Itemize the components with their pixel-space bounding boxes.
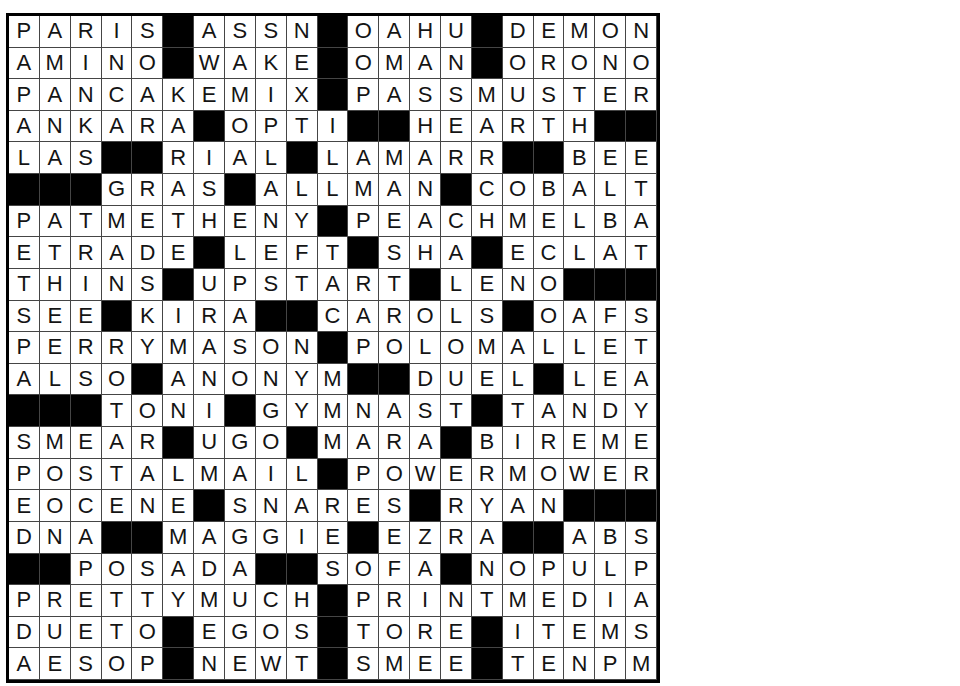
cell-r20c15[interactable]: E (441, 617, 472, 649)
cell-r4c18[interactable]: T (534, 111, 565, 143)
cell-r2c19[interactable]: O (564, 48, 595, 80)
cell-r17c21[interactable]: S (626, 522, 657, 554)
cell-r14c1[interactable]: S (9, 427, 40, 459)
cell-r5c7[interactable]: I (194, 142, 225, 174)
cell-r8c15[interactable]: A (441, 237, 472, 269)
cell-r20c9[interactable]: O (256, 617, 287, 649)
cell-r18c8[interactable]: A (225, 554, 256, 586)
cell-r4c1[interactable]: A (9, 111, 40, 143)
cell-r13c7[interactable]: I (194, 395, 225, 427)
cell-r2c15[interactable]: N (441, 48, 472, 80)
cell-r6c14[interactable]: N (410, 174, 441, 206)
cell-r18c3[interactable]: P (71, 554, 102, 586)
cell-r7c5[interactable]: E (132, 206, 163, 238)
cell-r5c14[interactable]: A (410, 142, 441, 174)
cell-r6c12[interactable]: M (348, 174, 379, 206)
cell-r7c4[interactable]: M (102, 206, 133, 238)
cell-r3c16[interactable]: M (472, 79, 503, 111)
cell-r8c5[interactable]: D (132, 237, 163, 269)
cell-r1c2[interactable]: A (40, 16, 71, 48)
cell-r4c15[interactable]: E (441, 111, 472, 143)
cell-r7c20[interactable]: B (595, 206, 626, 238)
cell-r18c4[interactable]: O (102, 554, 133, 586)
cell-r19c13[interactable]: R (379, 585, 410, 617)
cell-r2c7[interactable]: W (194, 48, 225, 80)
cell-r7c19[interactable]: L (564, 206, 595, 238)
cell-r5c20[interactable]: E (595, 142, 626, 174)
cell-r13c18[interactable]: A (534, 395, 565, 427)
cell-r11c1[interactable]: P (9, 332, 40, 364)
cell-r3c6[interactable]: K (163, 79, 194, 111)
cell-r9c15[interactable]: L (441, 269, 472, 301)
cell-r11c18[interactable]: L (534, 332, 565, 364)
cell-r14c5[interactable]: R (132, 427, 163, 459)
cell-r2c12[interactable]: O (348, 48, 379, 80)
cell-r18c6[interactable]: A (163, 554, 194, 586)
cell-r6c16[interactable]: C (472, 174, 503, 206)
cell-r19c7[interactable]: M (194, 585, 225, 617)
cell-r8c13[interactable]: S (379, 237, 410, 269)
cell-r1c1[interactable]: P (9, 16, 40, 48)
cell-r19c9[interactable]: C (256, 585, 287, 617)
cell-r20c12[interactable]: T (348, 617, 379, 649)
cell-r20c18[interactable]: T (534, 617, 565, 649)
cell-r18c12[interactable]: O (348, 554, 379, 586)
cell-r12c10[interactable]: Y (287, 364, 318, 396)
cell-r3c3[interactable]: N (71, 79, 102, 111)
cell-r15c15[interactable]: E (441, 459, 472, 491)
cell-r14c13[interactable]: R (379, 427, 410, 459)
cell-r13c4[interactable]: T (102, 395, 133, 427)
cell-r19c21[interactable]: A (626, 585, 657, 617)
cell-r1c5[interactable]: S (132, 16, 163, 48)
cell-r8c9[interactable]: E (256, 237, 287, 269)
cell-r12c6[interactable]: A (163, 364, 194, 396)
cell-r18c19[interactable]: U (564, 554, 595, 586)
cell-r21c17[interactable]: T (503, 648, 534, 680)
cell-r17c2[interactable]: N (40, 522, 71, 554)
cell-r21c7[interactable]: N (194, 648, 225, 680)
cell-r10c6[interactable]: I (163, 301, 194, 333)
cell-r19c6[interactable]: Y (163, 585, 194, 617)
cell-r21c4[interactable]: O (102, 648, 133, 680)
cell-r20c17[interactable]: I (503, 617, 534, 649)
cell-r17c9[interactable]: G (256, 522, 287, 554)
cell-r14c3[interactable]: E (71, 427, 102, 459)
cell-r16c3[interactable]: C (71, 490, 102, 522)
cell-r7c13[interactable]: E (379, 206, 410, 238)
cell-r1c19[interactable]: M (564, 16, 595, 48)
cell-r7c14[interactable]: A (410, 206, 441, 238)
cell-r17c10[interactable]: I (287, 522, 318, 554)
cell-r13c6[interactable]: N (163, 395, 194, 427)
cell-r11c16[interactable]: M (472, 332, 503, 364)
cell-r15c8[interactable]: A (225, 459, 256, 491)
cell-r6c7[interactable]: S (194, 174, 225, 206)
cell-r20c1[interactable]: D (9, 617, 40, 649)
cell-r10c18[interactable]: O (534, 301, 565, 333)
cell-r4c9[interactable]: P (256, 111, 287, 143)
cell-r20c13[interactable]: O (379, 617, 410, 649)
cell-r12c7[interactable]: N (194, 364, 225, 396)
cell-r15c1[interactable]: P (9, 459, 40, 491)
cell-r8c6[interactable]: E (163, 237, 194, 269)
cell-r8c20[interactable]: A (595, 237, 626, 269)
cell-r11c17[interactable]: A (503, 332, 534, 364)
cell-r19c3[interactable]: E (71, 585, 102, 617)
cell-r8c21[interactable]: T (626, 237, 657, 269)
cell-r3c18[interactable]: S (534, 79, 565, 111)
cell-r14c8[interactable]: G (225, 427, 256, 459)
cell-r2c20[interactable]: N (595, 48, 626, 80)
cell-r1c20[interactable]: O (595, 16, 626, 48)
cell-r7c16[interactable]: H (472, 206, 503, 238)
cell-r3c4[interactable]: C (102, 79, 133, 111)
cell-r13c14[interactable]: S (410, 395, 441, 427)
cell-r5c9[interactable]: L (256, 142, 287, 174)
cell-r1c13[interactable]: A (379, 16, 410, 48)
cell-r12c14[interactable]: D (410, 364, 441, 396)
cell-r3c19[interactable]: T (564, 79, 595, 111)
cell-r17c20[interactable]: B (595, 522, 626, 554)
cell-r20c21[interactable]: S (626, 617, 657, 649)
cell-r7c8[interactable]: E (225, 206, 256, 238)
cell-r19c5[interactable]: T (132, 585, 163, 617)
cell-r15c14[interactable]: W (410, 459, 441, 491)
cell-r9c18[interactable]: O (534, 269, 565, 301)
cell-r19c16[interactable]: T (472, 585, 503, 617)
cell-r19c19[interactable]: D (564, 585, 595, 617)
cell-r5c1[interactable]: L (9, 142, 40, 174)
cell-r13c10[interactable]: Y (287, 395, 318, 427)
cell-r7c6[interactable]: T (163, 206, 194, 238)
cell-r10c19[interactable]: A (564, 301, 595, 333)
cell-r3c2[interactable]: A (40, 79, 71, 111)
cell-r14c2[interactable]: M (40, 427, 71, 459)
cell-r6c11[interactable]: L (318, 174, 349, 206)
cell-r12c3[interactable]: S (71, 364, 102, 396)
cell-r8c3[interactable]: R (71, 237, 102, 269)
cell-r15c3[interactable]: S (71, 459, 102, 491)
cell-r5c13[interactable]: M (379, 142, 410, 174)
cell-r8c11[interactable]: T (318, 237, 349, 269)
cell-r9c10[interactable]: T (287, 269, 318, 301)
cell-r21c20[interactable]: P (595, 648, 626, 680)
cell-r2c4[interactable]: N (102, 48, 133, 80)
cell-r5c21[interactable]: E (626, 142, 657, 174)
cell-r15c17[interactable]: M (503, 459, 534, 491)
cell-r19c14[interactable]: I (410, 585, 441, 617)
cell-r9c1[interactable]: T (9, 269, 40, 301)
cell-r21c14[interactable]: E (410, 648, 441, 680)
cell-r17c11[interactable]: E (318, 522, 349, 554)
cell-r11c20[interactable]: E (595, 332, 626, 364)
cell-r3c10[interactable]: X (287, 79, 318, 111)
cell-r13c21[interactable]: Y (626, 395, 657, 427)
cell-r10c12[interactable]: A (348, 301, 379, 333)
cell-r7c12[interactable]: P (348, 206, 379, 238)
cell-r2c21[interactable]: O (626, 48, 657, 80)
cell-r5c11[interactable]: L (318, 142, 349, 174)
cell-r10c7[interactable]: R (194, 301, 225, 333)
cell-r3c9[interactable]: I (256, 79, 287, 111)
cell-r11c8[interactable]: S (225, 332, 256, 364)
cell-r14c19[interactable]: E (564, 427, 595, 459)
cell-r14c12[interactable]: A (348, 427, 379, 459)
cell-r16c6[interactable]: E (163, 490, 194, 522)
cell-r20c7[interactable]: E (194, 617, 225, 649)
cell-r18c16[interactable]: N (472, 554, 503, 586)
cell-r17c1[interactable]: D (9, 522, 40, 554)
cell-r10c16[interactable]: S (472, 301, 503, 333)
cell-r15c16[interactable]: R (472, 459, 503, 491)
cell-r18c20[interactable]: L (595, 554, 626, 586)
cell-r4c19[interactable]: H (564, 111, 595, 143)
cell-r20c19[interactable]: E (564, 617, 595, 649)
cell-r14c7[interactable]: U (194, 427, 225, 459)
cell-r15c6[interactable]: L (163, 459, 194, 491)
cell-r2c17[interactable]: O (503, 48, 534, 80)
cell-r13c15[interactable]: T (441, 395, 472, 427)
cell-r12c17[interactable]: L (503, 364, 534, 396)
cell-r13c9[interactable]: G (256, 395, 287, 427)
cell-r16c8[interactable]: S (225, 490, 256, 522)
cell-r6c20[interactable]: L (595, 174, 626, 206)
cell-r21c12[interactable]: S (348, 648, 379, 680)
cell-r19c12[interactable]: P (348, 585, 379, 617)
cell-r17c14[interactable]: Z (410, 522, 441, 554)
cell-r21c21[interactable]: M (626, 648, 657, 680)
cell-r21c18[interactable]: E (534, 648, 565, 680)
cell-r11c9[interactable]: O (256, 332, 287, 364)
cell-r19c8[interactable]: U (225, 585, 256, 617)
cell-r6c10[interactable]: L (287, 174, 318, 206)
cell-r15c21[interactable]: R (626, 459, 657, 491)
cell-r18c11[interactable]: S (318, 554, 349, 586)
cell-r9c2[interactable]: H (40, 269, 71, 301)
cell-r10c13[interactable]: R (379, 301, 410, 333)
cell-r4c6[interactable]: A (163, 111, 194, 143)
cell-r17c13[interactable]: E (379, 522, 410, 554)
cell-r13c20[interactable]: D (595, 395, 626, 427)
cell-r7c9[interactable]: N (256, 206, 287, 238)
cell-r3c20[interactable]: E (595, 79, 626, 111)
cell-r12c16[interactable]: E (472, 364, 503, 396)
cell-r12c15[interactable]: U (441, 364, 472, 396)
cell-r16c10[interactable]: A (287, 490, 318, 522)
cell-r1c14[interactable]: H (410, 16, 441, 48)
cell-r14c9[interactable]: O (256, 427, 287, 459)
cell-r15c12[interactable]: P (348, 459, 379, 491)
cell-r9c12[interactable]: R (348, 269, 379, 301)
cell-r1c3[interactable]: R (71, 16, 102, 48)
cell-r14c11[interactable]: M (318, 427, 349, 459)
cell-r16c18[interactable]: N (534, 490, 565, 522)
cell-r10c2[interactable]: E (40, 301, 71, 333)
cell-r7c7[interactable]: H (194, 206, 225, 238)
cell-r11c21[interactable]: T (626, 332, 657, 364)
cell-r5c8[interactable]: A (225, 142, 256, 174)
cell-r9c11[interactable]: A (318, 269, 349, 301)
cell-r2c8[interactable]: A (225, 48, 256, 80)
cell-r7c15[interactable]: C (441, 206, 472, 238)
cell-r16c5[interactable]: N (132, 490, 163, 522)
cell-r9c4[interactable]: N (102, 269, 133, 301)
cell-r2c2[interactable]: M (40, 48, 71, 80)
cell-r5c19[interactable]: B (564, 142, 595, 174)
cell-r18c5[interactable]: S (132, 554, 163, 586)
cell-r11c14[interactable]: L (410, 332, 441, 364)
cell-r10c8[interactable]: A (225, 301, 256, 333)
cell-r4c2[interactable]: N (40, 111, 71, 143)
cell-r20c3[interactable]: E (71, 617, 102, 649)
cell-r10c11[interactable]: C (318, 301, 349, 333)
cell-r21c2[interactable]: E (40, 648, 71, 680)
cell-r7c18[interactable]: E (534, 206, 565, 238)
cell-r9c3[interactable]: I (71, 269, 102, 301)
cell-r18c13[interactable]: F (379, 554, 410, 586)
cell-r6c17[interactable]: O (503, 174, 534, 206)
cell-r16c11[interactable]: R (318, 490, 349, 522)
cell-r21c19[interactable]: N (564, 648, 595, 680)
cell-r18c18[interactable]: P (534, 554, 565, 586)
cell-r12c4[interactable]: O (102, 364, 133, 396)
cell-r11c15[interactable]: O (441, 332, 472, 364)
cell-r1c9[interactable]: S (256, 16, 287, 48)
cell-r16c13[interactable]: S (379, 490, 410, 522)
cell-r20c5[interactable]: O (132, 617, 163, 649)
cell-r11c19[interactable]: L (564, 332, 595, 364)
cell-r16c1[interactable]: E (9, 490, 40, 522)
cell-r21c5[interactable]: P (132, 648, 163, 680)
cell-r17c16[interactable]: A (472, 522, 503, 554)
cell-r8c8[interactable]: L (225, 237, 256, 269)
cell-r20c2[interactable]: U (40, 617, 71, 649)
cell-r17c15[interactable]: R (441, 522, 472, 554)
cell-r14c14[interactable]: A (410, 427, 441, 459)
cell-r11c12[interactable]: P (348, 332, 379, 364)
cell-r11c10[interactable]: N (287, 332, 318, 364)
cell-r3c5[interactable]: A (132, 79, 163, 111)
cell-r9c13[interactable]: T (379, 269, 410, 301)
cell-r11c13[interactable]: O (379, 332, 410, 364)
cell-r13c11[interactable]: M (318, 395, 349, 427)
cell-r15c20[interactable]: E (595, 459, 626, 491)
cell-r15c5[interactable]: A (132, 459, 163, 491)
cell-r2c1[interactable]: A (9, 48, 40, 80)
cell-r16c17[interactable]: A (503, 490, 534, 522)
cell-r11c6[interactable]: M (163, 332, 194, 364)
cell-r13c13[interactable]: A (379, 395, 410, 427)
cell-r1c10[interactable]: N (287, 16, 318, 48)
cell-r6c18[interactable]: B (534, 174, 565, 206)
cell-r1c4[interactable]: I (102, 16, 133, 48)
cell-r1c8[interactable]: S (225, 16, 256, 48)
cell-r3c15[interactable]: S (441, 79, 472, 111)
cell-r14c18[interactable]: R (534, 427, 565, 459)
cell-r10c21[interactable]: S (626, 301, 657, 333)
cell-r11c5[interactable]: Y (132, 332, 163, 364)
cell-r12c20[interactable]: E (595, 364, 626, 396)
cell-r16c12[interactable]: E (348, 490, 379, 522)
cell-r7c3[interactable]: T (71, 206, 102, 238)
cell-r21c15[interactable]: E (441, 648, 472, 680)
cell-r15c18[interactable]: O (534, 459, 565, 491)
cell-r17c6[interactable]: M (163, 522, 194, 554)
cell-r10c14[interactable]: O (410, 301, 441, 333)
cell-r19c20[interactable]: I (595, 585, 626, 617)
cell-r11c3[interactable]: R (71, 332, 102, 364)
cell-r3c12[interactable]: P (348, 79, 379, 111)
cell-r4c14[interactable]: H (410, 111, 441, 143)
cell-r9c9[interactable]: S (256, 269, 287, 301)
cell-r1c12[interactable]: O (348, 16, 379, 48)
cell-r21c3[interactable]: S (71, 648, 102, 680)
cell-r1c17[interactable]: D (503, 16, 534, 48)
cell-r19c2[interactable]: R (40, 585, 71, 617)
cell-r9c17[interactable]: N (503, 269, 534, 301)
cell-r17c19[interactable]: A (564, 522, 595, 554)
cell-r13c12[interactable]: N (348, 395, 379, 427)
cell-r1c18[interactable]: E (534, 16, 565, 48)
cell-r14c17[interactable]: I (503, 427, 534, 459)
cell-r17c3[interactable]: A (71, 522, 102, 554)
cell-r11c4[interactable]: R (102, 332, 133, 364)
cell-r7c10[interactable]: Y (287, 206, 318, 238)
cell-r2c18[interactable]: R (534, 48, 565, 80)
cell-r17c7[interactable]: A (194, 522, 225, 554)
cell-r4c5[interactable]: R (132, 111, 163, 143)
cell-r12c8[interactable]: O (225, 364, 256, 396)
cell-r10c20[interactable]: F (595, 301, 626, 333)
cell-r3c13[interactable]: A (379, 79, 410, 111)
cell-r4c17[interactable]: R (503, 111, 534, 143)
cell-r15c2[interactable]: O (40, 459, 71, 491)
cell-r2c5[interactable]: O (132, 48, 163, 80)
cell-r7c1[interactable]: P (9, 206, 40, 238)
cell-r1c15[interactable]: U (441, 16, 472, 48)
cell-r19c18[interactable]: E (534, 585, 565, 617)
cell-r19c10[interactable]: H (287, 585, 318, 617)
cell-r20c4[interactable]: T (102, 617, 133, 649)
cell-r21c9[interactable]: W (256, 648, 287, 680)
cell-r15c19[interactable]: W (564, 459, 595, 491)
cell-r4c10[interactable]: T (287, 111, 318, 143)
cell-r2c3[interactable]: I (71, 48, 102, 80)
cell-r6c21[interactable]: T (626, 174, 657, 206)
cell-r21c10[interactable]: T (287, 648, 318, 680)
cell-r2c10[interactable]: E (287, 48, 318, 80)
cell-r7c21[interactable]: A (626, 206, 657, 238)
cell-r4c11[interactable]: I (318, 111, 349, 143)
cell-r16c4[interactable]: E (102, 490, 133, 522)
cell-r3c21[interactable]: R (626, 79, 657, 111)
cell-r6c5[interactable]: R (132, 174, 163, 206)
cell-r4c8[interactable]: O (225, 111, 256, 143)
cell-r14c4[interactable]: A (102, 427, 133, 459)
cell-r16c15[interactable]: R (441, 490, 472, 522)
cell-r3c8[interactable]: M (225, 79, 256, 111)
cell-r3c7[interactable]: E (194, 79, 225, 111)
cell-r8c1[interactable]: E (9, 237, 40, 269)
cell-r6c6[interactable]: A (163, 174, 194, 206)
cell-r6c4[interactable]: G (102, 174, 133, 206)
cell-r9c8[interactable]: P (225, 269, 256, 301)
cell-r19c1[interactable]: P (9, 585, 40, 617)
cell-r12c2[interactable]: L (40, 364, 71, 396)
cell-r4c4[interactable]: A (102, 111, 133, 143)
cell-r13c17[interactable]: T (503, 395, 534, 427)
